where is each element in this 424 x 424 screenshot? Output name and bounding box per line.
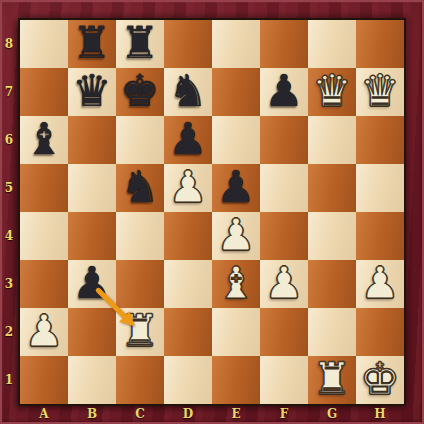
square-b2[interactable] [68, 308, 116, 356]
square-a7[interactable] [20, 68, 68, 116]
square-g1[interactable]: ♜ [308, 356, 356, 404]
square-d1[interactable] [164, 356, 212, 404]
white-bishop-e3[interactable]: ♝ [216, 261, 255, 305]
square-h3[interactable]: ♟ [356, 260, 404, 308]
white-pawn-a2[interactable]: ♟ [24, 309, 63, 353]
black-queen-b7[interactable]: ♛ [72, 69, 111, 113]
square-h2[interactable] [356, 308, 404, 356]
square-d4[interactable] [164, 212, 212, 260]
square-b8[interactable]: ♜ [68, 20, 116, 68]
square-e8[interactable] [212, 20, 260, 68]
file-label-g: G [308, 405, 356, 424]
black-king-c7[interactable]: ♚ [120, 69, 159, 113]
file-label-h: H [356, 405, 404, 424]
square-c1[interactable] [116, 356, 164, 404]
rank-label-3: 3 [0, 260, 18, 308]
rank-labels: 87654321 [0, 20, 18, 404]
square-f3[interactable]: ♟ [260, 260, 308, 308]
square-g8[interactable] [308, 20, 356, 68]
black-rook-c8[interactable]: ♜ [120, 21, 159, 65]
square-c7[interactable]: ♚ [116, 68, 164, 116]
rank-label-8: 8 [0, 20, 18, 68]
square-h6[interactable] [356, 116, 404, 164]
square-e6[interactable] [212, 116, 260, 164]
white-pawn-d5[interactable]: ♟ [168, 165, 207, 209]
square-e4[interactable]: ♟ [212, 212, 260, 260]
square-c6[interactable] [116, 116, 164, 164]
white-queen-g7[interactable]: ♛ [312, 69, 351, 113]
square-d3[interactable] [164, 260, 212, 308]
square-f2[interactable] [260, 308, 308, 356]
square-a2[interactable]: ♟ [20, 308, 68, 356]
black-bishop-a6[interactable]: ♝ [24, 117, 63, 161]
square-g6[interactable] [308, 116, 356, 164]
square-h8[interactable] [356, 20, 404, 68]
square-d2[interactable] [164, 308, 212, 356]
square-h5[interactable] [356, 164, 404, 212]
square-c3[interactable] [116, 260, 164, 308]
square-a3[interactable] [20, 260, 68, 308]
square-e5[interactable]: ♟ [212, 164, 260, 212]
file-label-a: A [20, 405, 68, 424]
square-e1[interactable] [212, 356, 260, 404]
square-b3[interactable]: ♟ [68, 260, 116, 308]
square-e2[interactable] [212, 308, 260, 356]
square-b1[interactable] [68, 356, 116, 404]
square-a4[interactable] [20, 212, 68, 260]
white-queen-h7[interactable]: ♛ [360, 69, 399, 113]
square-b4[interactable] [68, 212, 116, 260]
black-pawn-d6[interactable]: ♟ [168, 117, 207, 161]
square-f1[interactable] [260, 356, 308, 404]
white-pawn-e4[interactable]: ♟ [216, 213, 255, 257]
square-c4[interactable] [116, 212, 164, 260]
rank-label-4: 4 [0, 212, 18, 260]
square-g7[interactable]: ♛ [308, 68, 356, 116]
square-a8[interactable] [20, 20, 68, 68]
square-c5[interactable]: ♞ [116, 164, 164, 212]
rank-label-7: 7 [0, 68, 18, 116]
square-a1[interactable] [20, 356, 68, 404]
rank-label-5: 5 [0, 164, 18, 212]
square-d8[interactable] [164, 20, 212, 68]
file-label-c: C [116, 405, 164, 424]
rank-label-6: 6 [0, 116, 18, 164]
square-h7[interactable]: ♛ [356, 68, 404, 116]
black-pawn-f7[interactable]: ♟ [264, 69, 303, 113]
black-knight-c5[interactable]: ♞ [120, 165, 159, 209]
square-f8[interactable] [260, 20, 308, 68]
square-h4[interactable] [356, 212, 404, 260]
square-b6[interactable] [68, 116, 116, 164]
square-d7[interactable]: ♞ [164, 68, 212, 116]
black-pawn-e5[interactable]: ♟ [216, 165, 255, 209]
square-b7[interactable]: ♛ [68, 68, 116, 116]
square-g2[interactable] [308, 308, 356, 356]
square-g4[interactable] [308, 212, 356, 260]
square-f6[interactable] [260, 116, 308, 164]
black-pawn-b3[interactable]: ♟ [72, 261, 111, 305]
file-label-f: F [260, 405, 308, 424]
file-label-e: E [212, 405, 260, 424]
file-label-b: B [68, 405, 116, 424]
square-f5[interactable] [260, 164, 308, 212]
square-f4[interactable] [260, 212, 308, 260]
rank-label-2: 2 [0, 308, 18, 356]
square-e7[interactable] [212, 68, 260, 116]
chess-board: ♜♜♛♚♞♟♛♛♝♟♞♟♟♟♟♝♟♟♟♜♜♚ [18, 18, 406, 406]
white-rook-c2[interactable]: ♜ [120, 309, 159, 353]
square-b5[interactable] [68, 164, 116, 212]
white-king-h1[interactable]: ♚ [360, 357, 399, 401]
square-d5[interactable]: ♟ [164, 164, 212, 212]
square-a6[interactable]: ♝ [20, 116, 68, 164]
square-f7[interactable]: ♟ [260, 68, 308, 116]
white-rook-g1[interactable]: ♜ [312, 357, 351, 401]
square-a5[interactable] [20, 164, 68, 212]
file-label-d: D [164, 405, 212, 424]
white-pawn-f3[interactable]: ♟ [264, 261, 303, 305]
file-labels: ABCDEFGH [20, 405, 404, 424]
square-h1[interactable]: ♚ [356, 356, 404, 404]
square-c2[interactable]: ♜ [116, 308, 164, 356]
square-g3[interactable] [308, 260, 356, 308]
rank-label-1: 1 [0, 356, 18, 404]
black-rook-b8[interactable]: ♜ [72, 21, 111, 65]
square-c8[interactable]: ♜ [116, 20, 164, 68]
square-d6[interactable]: ♟ [164, 116, 212, 164]
black-knight-d7[interactable]: ♞ [168, 69, 207, 113]
white-pawn-h3[interactable]: ♟ [360, 261, 399, 305]
square-g5[interactable] [308, 164, 356, 212]
square-e3[interactable]: ♝ [212, 260, 260, 308]
chess-board-frame: ♜♜♛♚♞♟♛♛♝♟♞♟♟♟♟♝♟♟♟♜♜♚ 87654321 ABCDEFGH [0, 0, 424, 424]
